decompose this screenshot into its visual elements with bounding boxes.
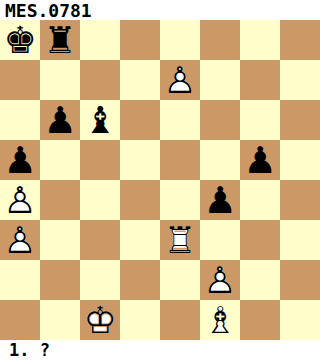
piece-white-bishop-f1[interactable]: ♗ <box>200 300 240 340</box>
piece-black-king-a8[interactable]: ♚ <box>3 22 36 59</box>
square-f6[interactable] <box>200 100 240 140</box>
square-h7[interactable] <box>280 60 320 100</box>
square-e2[interactable] <box>160 260 200 300</box>
piece-white-pawn-e7[interactable]: ♙ <box>160 60 200 100</box>
square-b3[interactable] <box>40 220 80 260</box>
square-e3[interactable]: ♜♖ <box>160 220 200 260</box>
square-h2[interactable] <box>280 260 320 300</box>
square-d4[interactable] <box>120 180 160 220</box>
piece-black-rook-b8[interactable]: ♜ <box>43 22 76 59</box>
square-b4[interactable] <box>40 180 80 220</box>
square-b6[interactable]: ♟ <box>40 100 80 140</box>
square-e7[interactable]: ♟♙ <box>160 60 200 100</box>
square-a3[interactable]: ♟♙ <box>0 220 40 260</box>
square-g1[interactable] <box>240 300 280 340</box>
square-a8[interactable]: ♚ <box>0 20 40 60</box>
square-f8[interactable] <box>200 20 240 60</box>
square-c5[interactable] <box>80 140 120 180</box>
piece-white-pawn-a4[interactable]: ♙ <box>0 180 40 220</box>
square-c4[interactable] <box>80 180 120 220</box>
square-b2[interactable] <box>40 260 80 300</box>
square-f1[interactable]: ♝♗ <box>200 300 240 340</box>
square-h3[interactable] <box>280 220 320 260</box>
square-c3[interactable] <box>80 220 120 260</box>
square-c7[interactable] <box>80 60 120 100</box>
diagram-title: MES.0781 <box>0 0 320 20</box>
square-a7[interactable] <box>0 60 40 100</box>
square-f7[interactable] <box>200 60 240 100</box>
chess-diagram-page: MES.0781 ♚♜♟♙♟♝♟♟♟♙♟♟♙♜♖♟♙♚♔♝♗ 1. ? <box>0 0 320 360</box>
move-prompt: 1. ? <box>0 340 320 360</box>
piece-white-pawn-f2[interactable]: ♙ <box>200 260 240 300</box>
square-d1[interactable] <box>120 300 160 340</box>
square-d2[interactable] <box>120 260 160 300</box>
square-e8[interactable] <box>160 20 200 60</box>
square-h4[interactable] <box>280 180 320 220</box>
square-f4[interactable]: ♟ <box>200 180 240 220</box>
square-c2[interactable] <box>80 260 120 300</box>
square-c6[interactable]: ♝ <box>80 100 120 140</box>
piece-white-king-c1[interactable]: ♔ <box>80 300 120 340</box>
square-b1[interactable] <box>40 300 80 340</box>
square-f2[interactable]: ♟♙ <box>200 260 240 300</box>
piece-black-pawn-b6[interactable]: ♟ <box>43 102 76 139</box>
square-e5[interactable] <box>160 140 200 180</box>
square-g4[interactable] <box>240 180 280 220</box>
square-d3[interactable] <box>120 220 160 260</box>
square-d5[interactable] <box>120 140 160 180</box>
square-b7[interactable] <box>40 60 80 100</box>
piece-black-pawn-a5[interactable]: ♟ <box>3 142 36 179</box>
square-g2[interactable] <box>240 260 280 300</box>
square-d7[interactable] <box>120 60 160 100</box>
square-e1[interactable] <box>160 300 200 340</box>
square-h1[interactable] <box>280 300 320 340</box>
square-h6[interactable] <box>280 100 320 140</box>
piece-black-bishop-c6[interactable]: ♝ <box>83 102 116 139</box>
square-c1[interactable]: ♚♔ <box>80 300 120 340</box>
square-g6[interactable] <box>240 100 280 140</box>
square-d8[interactable] <box>120 20 160 60</box>
square-g7[interactable] <box>240 60 280 100</box>
square-f3[interactable] <box>200 220 240 260</box>
square-a6[interactable] <box>0 100 40 140</box>
piece-white-rook-e3[interactable]: ♖ <box>160 220 200 260</box>
square-a1[interactable] <box>0 300 40 340</box>
square-b5[interactable] <box>40 140 80 180</box>
square-d6[interactable] <box>120 100 160 140</box>
chess-board: ♚♜♟♙♟♝♟♟♟♙♟♟♙♜♖♟♙♚♔♝♗ <box>0 20 320 340</box>
square-b8[interactable]: ♜ <box>40 20 80 60</box>
piece-white-pawn-a3[interactable]: ♙ <box>0 220 40 260</box>
square-e6[interactable] <box>160 100 200 140</box>
square-g8[interactable] <box>240 20 280 60</box>
square-f5[interactable] <box>200 140 240 180</box>
piece-black-pawn-g5[interactable]: ♟ <box>243 142 276 179</box>
piece-black-pawn-f4[interactable]: ♟ <box>203 182 236 219</box>
square-e4[interactable] <box>160 180 200 220</box>
square-h5[interactable] <box>280 140 320 180</box>
square-c8[interactable] <box>80 20 120 60</box>
square-h8[interactable] <box>280 20 320 60</box>
square-g5[interactable]: ♟ <box>240 140 280 180</box>
square-a4[interactable]: ♟♙ <box>0 180 40 220</box>
square-a2[interactable] <box>0 260 40 300</box>
square-g3[interactable] <box>240 220 280 260</box>
square-a5[interactable]: ♟ <box>0 140 40 180</box>
